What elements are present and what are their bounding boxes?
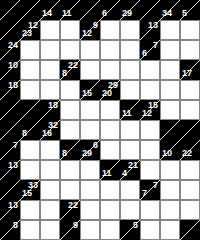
white-cell-r5c4[interactable]: [80, 100, 100, 120]
clue-cell-r0c9: 5: [180, 0, 200, 20]
white-cell-r8c1[interactable]: [20, 160, 40, 180]
down-clue: 16: [42, 129, 52, 138]
across-clue: 15: [148, 101, 158, 110]
black-cell-r5c1: [20, 100, 40, 120]
kakuro-board: 1411629345231212913246710822171815202918…: [0, 0, 200, 240]
white-cell-r10c1[interactable]: [20, 200, 40, 220]
clue-cell-r9c1: 1533: [20, 180, 40, 200]
down-clue: 11: [62, 9, 72, 18]
black-cell-r9c0: [0, 180, 20, 200]
white-cell-r4c8[interactable]: [160, 80, 180, 100]
clue-cell-r7c4: 296: [80, 140, 100, 160]
white-cell-r9c6[interactable]: [120, 180, 140, 200]
black-cell-r0c7: [140, 0, 160, 20]
clue-cell-r0c5: 6: [100, 0, 120, 20]
black-cell-r6c9: [180, 120, 200, 140]
clue-cell-r10c3: 22: [60, 200, 80, 220]
clue-cell-r11c6: 5: [120, 220, 140, 240]
clue-cell-r3c0: 10: [0, 60, 20, 80]
white-cell-r10c4[interactable]: [80, 200, 100, 220]
white-cell-r7c5[interactable]: [100, 140, 120, 160]
white-cell-r3c6[interactable]: [120, 60, 140, 80]
white-cell-r4c1[interactable]: [20, 80, 40, 100]
clue-cell-r5c6: 11: [120, 100, 140, 120]
white-cell-r3c1[interactable]: [20, 60, 40, 80]
across-clue: 21: [128, 161, 138, 170]
black-cell-r1c0: [0, 20, 20, 40]
white-cell-r7c2[interactable]: [40, 140, 60, 160]
across-clue: 5: [133, 221, 138, 230]
white-cell-r2c4[interactable]: [80, 40, 100, 60]
clue-cell-r0c6: 29: [120, 0, 140, 20]
white-cell-r5c9[interactable]: [180, 100, 200, 120]
white-cell-r2c3[interactable]: [60, 40, 80, 60]
across-clue: 7: [13, 141, 18, 150]
white-cell-r9c4[interactable]: [80, 180, 100, 200]
across-clue: 18: [8, 81, 18, 90]
black-cell-r6c0: [0, 120, 20, 140]
clue-cell-r1c4: 129: [80, 20, 100, 40]
down-clue: 20: [102, 89, 112, 98]
white-cell-r8c4[interactable]: [80, 160, 100, 180]
white-cell-r10c9[interactable]: [180, 200, 200, 220]
white-cell-r2c8[interactable]: [160, 40, 180, 60]
across-clue: 18: [48, 101, 58, 110]
clue-cell-r1c1: 2312: [20, 20, 40, 40]
across-clue: 8: [13, 221, 18, 230]
clue-cell-r7c9: 22: [180, 140, 200, 160]
white-cell-r11c7[interactable]: [140, 220, 160, 240]
across-clue: 22: [68, 201, 78, 210]
white-cell-r4c9[interactable]: [180, 80, 200, 100]
across-clue: 13: [8, 201, 18, 210]
clue-cell-r0c3: 11: [60, 0, 80, 20]
white-cell-r9c5[interactable]: [100, 180, 120, 200]
clue-cell-r3c3: 822: [60, 60, 80, 80]
white-cell-r3c4[interactable]: [80, 60, 100, 80]
white-cell-r8c9[interactable]: [180, 160, 200, 180]
white-cell-r2c9[interactable]: [180, 40, 200, 60]
clue-cell-r2c7: 67: [140, 40, 160, 60]
white-cell-r2c1[interactable]: [20, 40, 40, 60]
black-cell-r11c9: [180, 220, 200, 240]
white-cell-r1c6[interactable]: [120, 20, 140, 40]
white-cell-r5c3[interactable]: [60, 100, 80, 120]
clue-cell-r0c2: 14: [40, 0, 60, 20]
clue-cell-r2c0: 24: [0, 40, 20, 60]
white-cell-r6c4[interactable]: [80, 120, 100, 140]
white-cell-r3c5[interactable]: [100, 60, 120, 80]
clue-cell-r4c0: 18: [0, 80, 20, 100]
clue-cell-r4c5: 2029: [100, 80, 120, 100]
down-clue: 23: [22, 29, 32, 38]
black-cell-r0c0: [0, 0, 20, 20]
down-clue: 14: [42, 9, 52, 18]
white-cell-r1c2[interactable]: [40, 20, 60, 40]
white-cell-r9c2[interactable]: [40, 180, 60, 200]
across-clue: 7: [153, 181, 158, 190]
black-cell-r5c0: [0, 100, 20, 120]
white-cell-r8c7[interactable]: [140, 160, 160, 180]
white-cell-r4c2[interactable]: [40, 80, 60, 100]
across-clue: 29: [108, 81, 118, 90]
clue-cell-r0c8: 34: [160, 0, 180, 20]
black-cell-r0c1: [20, 0, 40, 20]
down-clue: 6: [102, 9, 107, 18]
down-clue: 22: [182, 149, 192, 158]
white-cell-r10c5[interactable]: [100, 200, 120, 220]
down-clue: 6: [142, 49, 147, 58]
white-cell-r11c4[interactable]: [80, 220, 100, 240]
down-clue: 17: [182, 69, 192, 78]
across-clue: 12: [28, 21, 38, 30]
white-cell-r9c3[interactable]: [60, 180, 80, 200]
white-cell-r4c7[interactable]: [140, 80, 160, 100]
clue-cell-r11c3: 9: [60, 220, 80, 240]
clue-cell-r4c4: 15: [80, 80, 100, 100]
down-clue: 4: [122, 169, 127, 178]
white-cell-r11c2[interactable]: [40, 220, 60, 240]
clue-cell-r11c0: 8: [0, 220, 20, 240]
clue-cell-r5c2: 18: [40, 100, 60, 120]
white-cell-r7c6[interactable]: [120, 140, 140, 160]
white-cell-r2c5[interactable]: [100, 40, 120, 60]
white-cell-r6c7[interactable]: [140, 120, 160, 140]
down-clue: 5: [182, 9, 187, 18]
clue-cell-r7c0: 7: [0, 140, 20, 160]
across-clue: 13: [8, 161, 18, 170]
white-cell-r9c9[interactable]: [180, 180, 200, 200]
white-cell-r3c7[interactable]: [140, 60, 160, 80]
black-cell-r0c4: [80, 0, 100, 20]
clue-cell-r8c0: 13: [0, 160, 20, 180]
white-cell-r1c3[interactable]: [60, 20, 80, 40]
white-cell-r3c2[interactable]: [40, 60, 60, 80]
white-cell-r11c1[interactable]: [20, 220, 40, 240]
white-cell-r4c6[interactable]: [120, 80, 140, 100]
across-clue: 7: [153, 41, 158, 50]
clue-cell-r8c5: 11: [100, 160, 120, 180]
white-cell-r10c6[interactable]: [120, 200, 140, 220]
down-clue: 11: [102, 169, 112, 178]
across-clue: 9: [73, 221, 78, 230]
white-cell-r2c6[interactable]: [120, 40, 140, 60]
white-cell-r10c8[interactable]: [160, 200, 180, 220]
clue-cell-r9c7: 77: [140, 180, 160, 200]
white-cell-r4c3[interactable]: [60, 80, 80, 100]
clue-cell-r7c3: 8: [60, 140, 80, 160]
down-clue: 7: [142, 189, 147, 198]
clue-cell-r6c2: 1632: [40, 120, 60, 140]
clue-cell-r5c7: 1215: [140, 100, 160, 120]
across-clue: 6: [93, 141, 98, 150]
white-cell-r1c9[interactable]: [180, 20, 200, 40]
white-cell-r10c2[interactable]: [40, 200, 60, 220]
clue-cell-r6c1: 8: [20, 120, 40, 140]
white-cell-r5c8[interactable]: [160, 100, 180, 120]
black-cell-r6c8: [160, 120, 180, 140]
across-clue: 32: [48, 121, 58, 130]
clue-cell-r7c8: 10: [160, 140, 180, 160]
across-clue: 10: [8, 61, 18, 70]
white-cell-r6c6[interactable]: [120, 120, 140, 140]
down-clue: 8: [62, 149, 67, 158]
white-cell-r5c5[interactable]: [100, 100, 120, 120]
white-cell-r2c2[interactable]: [40, 40, 60, 60]
white-cell-r9c8[interactable]: [160, 180, 180, 200]
down-clue: 11: [122, 109, 132, 118]
across-clue: 22: [68, 61, 78, 70]
white-cell-r3c8[interactable]: [160, 60, 180, 80]
white-cell-r11c8[interactable]: [160, 220, 180, 240]
down-clue: 8: [22, 129, 27, 138]
down-clue: 34: [162, 9, 172, 18]
white-cell-r8c8[interactable]: [160, 160, 180, 180]
white-cell-r11c5[interactable]: [100, 220, 120, 240]
white-cell-r6c5[interactable]: [100, 120, 120, 140]
down-clue: 12: [142, 109, 152, 118]
down-clue: 8: [62, 69, 67, 78]
clue-cell-r10c0: 13: [0, 200, 20, 220]
down-clue: 12: [82, 29, 92, 38]
white-cell-r8c3[interactable]: [60, 160, 80, 180]
down-clue: 10: [162, 149, 172, 158]
white-cell-r1c5[interactable]: [100, 20, 120, 40]
white-cell-r1c8[interactable]: [160, 20, 180, 40]
white-cell-r6c3[interactable]: [60, 120, 80, 140]
down-clue: 15: [82, 89, 92, 98]
across-clue: 33: [28, 181, 38, 190]
white-cell-r7c7[interactable]: [140, 140, 160, 160]
white-cell-r8c2[interactable]: [40, 160, 60, 180]
clue-cell-r8c6: 421: [120, 160, 140, 180]
white-cell-r10c7[interactable]: [140, 200, 160, 220]
down-clue: 29: [82, 149, 92, 158]
white-cell-r7c1[interactable]: [20, 140, 40, 160]
clue-cell-r1c7: 13: [140, 20, 160, 40]
across-clue: 9: [93, 21, 98, 30]
down-clue: 29: [122, 9, 132, 18]
across-clue: 24: [8, 41, 18, 50]
clue-cell-r3c9: 17: [180, 60, 200, 80]
across-clue: 13: [148, 21, 158, 30]
down-clue: 15: [22, 189, 32, 198]
